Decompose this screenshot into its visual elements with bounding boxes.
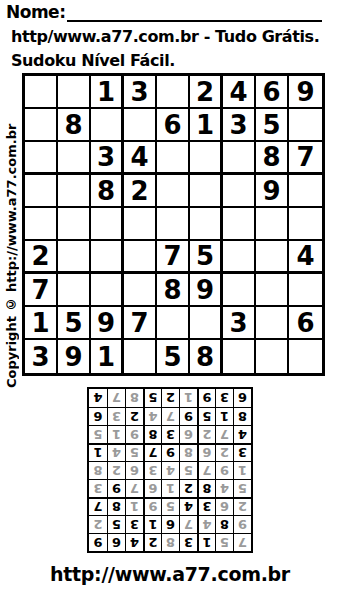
solution-cell-r3c6: 9 xyxy=(143,497,161,515)
solution-cell-r4c3: 8 xyxy=(197,479,215,497)
puzzle-cell-r1c7: 4 xyxy=(223,76,256,109)
puzzle-cell-r6c7 xyxy=(223,241,256,274)
puzzle-cell-r5c3 xyxy=(91,208,124,241)
solution-cell-r8c2: 1 xyxy=(215,407,233,425)
solution-cell-r2c6: 1 xyxy=(143,515,161,533)
solution-cell-r1c5: 8 xyxy=(161,533,179,551)
solution-cell-r9c9: 4 xyxy=(89,389,107,407)
puzzle-cell-r5c7 xyxy=(223,208,256,241)
puzzle-cell-r4c7 xyxy=(223,175,256,208)
puzzle-cell-r8c7: 3 xyxy=(223,307,256,340)
puzzle-cell-r3c6 xyxy=(190,142,223,175)
solution-cell-r2c3: 4 xyxy=(197,515,215,533)
solution-cell-r7c7: 9 xyxy=(125,425,143,443)
puzzle-cell-r2c7: 3 xyxy=(223,109,256,142)
puzzle-cell-r8c4: 7 xyxy=(124,307,157,340)
puzzle-cell-r2c9 xyxy=(289,109,322,142)
solution-cell-r2c5: 6 xyxy=(161,515,179,533)
puzzle-cell-r6c4 xyxy=(124,241,157,274)
puzzle-cell-r6c8 xyxy=(256,241,289,274)
puzzle-cell-r8c3: 9 xyxy=(91,307,124,340)
puzzle-cell-r4c4: 2 xyxy=(124,175,157,208)
puzzle-cell-r7c3 xyxy=(91,274,124,307)
puzzle-cell-r9c3: 1 xyxy=(91,340,124,373)
solution-cell-r8c4: 9 xyxy=(179,407,197,425)
puzzle-cell-r8c6 xyxy=(190,307,223,340)
solution-cell-r3c9: 7 xyxy=(89,497,107,515)
solution-cell-r2c8: 5 xyxy=(107,515,125,533)
puzzle-cell-r1c5 xyxy=(157,76,190,109)
puzzle-cell-r3c5 xyxy=(157,142,190,175)
puzzle-cell-r7c9 xyxy=(289,274,322,307)
solution-cell-r6c7: 5 xyxy=(125,443,143,461)
solution-cell-r1c1: 7 xyxy=(233,533,251,551)
solution-cell-r9c2: 3 xyxy=(215,389,233,407)
solution-cell-r2c7: 3 xyxy=(125,515,143,533)
puzzle-cell-r3c9: 7 xyxy=(289,142,322,175)
puzzle-cell-r2c4 xyxy=(124,109,157,142)
solution-cell-r6c4: 8 xyxy=(179,443,197,461)
solution-cell-r3c3: 3 xyxy=(197,497,215,515)
puzzle-cell-r5c1 xyxy=(25,208,58,241)
sudoku-worksheet: Nome: http/www.a77.com.br - Tudo Grátis.… xyxy=(0,0,340,596)
sudoku-solution-grid-rotated: 7513824699847613522634591875482167931975… xyxy=(87,387,253,553)
solution-cell-r4c5: 1 xyxy=(161,479,179,497)
solution-cell-r9c1: 6 xyxy=(233,389,251,407)
name-label: Nome: xyxy=(6,3,65,22)
solution-cell-r9c6: 5 xyxy=(143,389,161,407)
solution-cell-r9c4: 1 xyxy=(179,389,197,407)
puzzle-cell-r9c5: 5 xyxy=(157,340,190,373)
solution-cell-r7c2: 7 xyxy=(215,425,233,443)
solution-cell-r3c2: 6 xyxy=(215,497,233,515)
puzzle-cell-r7c5: 8 xyxy=(157,274,190,307)
puzzle-cell-r3c8: 8 xyxy=(256,142,289,175)
puzzle-cell-r2c1 xyxy=(25,109,58,142)
puzzle-cell-r2c3 xyxy=(91,109,124,142)
puzzle-cell-r4c1 xyxy=(25,175,58,208)
puzzle-cell-r5c8 xyxy=(256,208,289,241)
puzzle-cell-r9c1: 3 xyxy=(25,340,58,373)
solution-cell-r9c3: 9 xyxy=(197,389,215,407)
puzzle-cell-r8c1: 1 xyxy=(25,307,58,340)
solution-cell-r7c9: 5 xyxy=(89,425,107,443)
puzzle-cell-r2c6: 1 xyxy=(190,109,223,142)
solution-cell-r4c8: 9 xyxy=(107,479,125,497)
solution-cell-r4c6: 6 xyxy=(143,479,161,497)
puzzle-cell-r4c6 xyxy=(190,175,223,208)
puzzle-cell-r6c6: 5 xyxy=(190,241,223,274)
solution-cell-r5c5: 4 xyxy=(161,461,179,479)
solution-cell-r6c6: 7 xyxy=(143,443,161,461)
puzzle-cell-r8c5 xyxy=(157,307,190,340)
puzzle-cell-r6c9: 4 xyxy=(289,241,322,274)
puzzle-cell-r3c7 xyxy=(223,142,256,175)
puzzle-cell-r3c1 xyxy=(25,142,58,175)
puzzle-cell-r7c7 xyxy=(223,274,256,307)
site-title: http/www.a77.com.br - Tudo Grátis. xyxy=(11,27,319,46)
solution-cell-r7c4: 6 xyxy=(179,425,197,443)
solution-cell-r2c2: 8 xyxy=(215,515,233,533)
puzzle-cell-r7c1: 7 xyxy=(25,274,58,307)
solution-cell-r4c4: 2 xyxy=(179,479,197,497)
sudoku-puzzle-grid: 132469861353487829275478915973639158 xyxy=(22,73,325,376)
solution-cell-r5c6: 3 xyxy=(143,461,161,479)
solution-cell-r7c5: 3 xyxy=(161,425,179,443)
solution-cell-r3c8: 8 xyxy=(107,497,125,515)
solution-cell-r5c8: 2 xyxy=(107,461,125,479)
solution-cell-r4c2: 4 xyxy=(215,479,233,497)
solution-cell-r5c1: 1 xyxy=(233,461,251,479)
solution-cell-r5c2: 9 xyxy=(215,461,233,479)
solution-cell-r2c4: 7 xyxy=(179,515,197,533)
puzzle-cell-r4c5 xyxy=(157,175,190,208)
solution-cell-r6c2: 2 xyxy=(215,443,233,461)
copyright-vertical-text: Copyright © http://www.a77.com.br xyxy=(1,80,21,432)
name-row: Nome: xyxy=(6,3,322,22)
solution-cell-r6c9: 1 xyxy=(89,443,107,461)
puzzle-cell-r1c6: 2 xyxy=(190,76,223,109)
puzzle-cell-r5c2 xyxy=(58,208,91,241)
solution-cell-r9c8: 7 xyxy=(107,389,125,407)
solution-cell-r5c4: 5 xyxy=(179,461,197,479)
puzzle-cell-r7c4 xyxy=(124,274,157,307)
puzzle-cell-r1c9: 9 xyxy=(289,76,322,109)
solution-cell-r8c6: 4 xyxy=(143,407,161,425)
solution-cell-r2c9: 2 xyxy=(89,515,107,533)
solution-cell-r1c8: 6 xyxy=(107,533,125,551)
solution-cell-r5c3: 7 xyxy=(197,461,215,479)
solution-cell-r3c4: 4 xyxy=(179,497,197,515)
solution-cell-r7c1: 4 xyxy=(233,425,251,443)
puzzle-cell-r2c8: 5 xyxy=(256,109,289,142)
footer-url: http://www.a77.com.br xyxy=(0,563,340,585)
solution-cell-r7c3: 2 xyxy=(197,425,215,443)
puzzle-cell-r5c6 xyxy=(190,208,223,241)
puzzle-cell-r5c9 xyxy=(289,208,322,241)
puzzle-cell-r2c2: 8 xyxy=(58,109,91,142)
puzzle-cell-r6c3 xyxy=(91,241,124,274)
puzzle-cell-r9c2: 9 xyxy=(58,340,91,373)
solution-cell-r5c9: 8 xyxy=(89,461,107,479)
solution-cell-r6c8: 4 xyxy=(107,443,125,461)
puzzle-cell-r1c8: 6 xyxy=(256,76,289,109)
puzzle-cell-r9c8 xyxy=(256,340,289,373)
solution-cell-r9c7: 8 xyxy=(125,389,143,407)
puzzle-cell-r1c4: 3 xyxy=(124,76,157,109)
solution-cell-r1c6: 2 xyxy=(143,533,161,551)
solution-cell-r3c7: 1 xyxy=(125,497,143,515)
puzzle-cell-r1c1 xyxy=(25,76,58,109)
puzzle-cell-r5c4 xyxy=(124,208,157,241)
solution-cell-r3c5: 5 xyxy=(161,497,179,515)
puzzle-cell-r7c6: 9 xyxy=(190,274,223,307)
puzzle-cell-r9c4 xyxy=(124,340,157,373)
puzzle-cell-r8c8 xyxy=(256,307,289,340)
solution-cell-r1c7: 4 xyxy=(125,533,143,551)
solution-cell-r7c6: 8 xyxy=(143,425,161,443)
puzzle-cell-r4c2 xyxy=(58,175,91,208)
solution-cell-r8c3: 5 xyxy=(197,407,215,425)
puzzle-cell-r3c2 xyxy=(58,142,91,175)
puzzle-cell-r9c6: 8 xyxy=(190,340,223,373)
puzzle-cell-r8c2: 5 xyxy=(58,307,91,340)
solution-cell-r3c1: 2 xyxy=(233,497,251,515)
puzzle-cell-r2c5: 6 xyxy=(157,109,190,142)
puzzle-cell-r6c5: 7 xyxy=(157,241,190,274)
puzzle-cell-r4c9 xyxy=(289,175,322,208)
solution-cell-r1c2: 5 xyxy=(215,533,233,551)
puzzle-cell-r5c5 xyxy=(157,208,190,241)
puzzle-cell-r4c3: 8 xyxy=(91,175,124,208)
puzzle-cell-r4c8: 9 xyxy=(256,175,289,208)
name-fill-line xyxy=(67,3,322,22)
solution-cell-r6c1: 3 xyxy=(233,443,251,461)
solution-cell-r8c9: 6 xyxy=(89,407,107,425)
solution-cell-r4c1: 5 xyxy=(233,479,251,497)
puzzle-cell-r1c2 xyxy=(58,76,91,109)
solution-cell-r1c4: 3 xyxy=(179,533,197,551)
solution-cell-r7c8: 1 xyxy=(107,425,125,443)
puzzle-cell-r6c1: 2 xyxy=(25,241,58,274)
solution-cell-r6c5: 9 xyxy=(161,443,179,461)
puzzle-cell-r8c9: 6 xyxy=(289,307,322,340)
solution-cell-r8c1: 8 xyxy=(233,407,251,425)
puzzle-cell-r9c7 xyxy=(223,340,256,373)
solution-cell-r8c5: 7 xyxy=(161,407,179,425)
solution-cell-r9c5: 2 xyxy=(161,389,179,407)
solution-cell-r4c9: 3 xyxy=(89,479,107,497)
puzzle-cell-r7c8 xyxy=(256,274,289,307)
solution-cell-r4c7: 7 xyxy=(125,479,143,497)
puzzle-cell-r7c2 xyxy=(58,274,91,307)
solution-cell-r8c8: 3 xyxy=(107,407,125,425)
puzzle-cell-r6c2 xyxy=(58,241,91,274)
puzzle-cell-r3c4: 4 xyxy=(124,142,157,175)
solution-cell-r5c7: 6 xyxy=(125,461,143,479)
solution-cell-r8c7: 2 xyxy=(125,407,143,425)
puzzle-cell-r1c3: 1 xyxy=(91,76,124,109)
solution-cell-r6c3: 6 xyxy=(197,443,215,461)
puzzle-cell-r3c3: 3 xyxy=(91,142,124,175)
solution-cell-r1c3: 1 xyxy=(197,533,215,551)
puzzle-cell-r9c9 xyxy=(289,340,322,373)
solution-cell-r1c9: 9 xyxy=(89,533,107,551)
solution-cell-r2c1: 9 xyxy=(233,515,251,533)
puzzle-level-title: Sudoku Nível Fácil. xyxy=(11,51,175,70)
